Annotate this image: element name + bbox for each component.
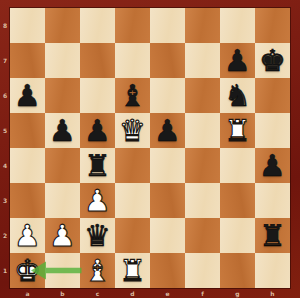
square-b7[interactable] [45,43,80,78]
square-a5[interactable] [10,113,45,148]
piece-black-pawn[interactable]: ♟ [10,78,45,113]
piece-white-queen[interactable]: ♛ [115,113,150,148]
square-g4[interactable] [220,148,255,183]
rank-label-2: 2 [0,218,10,253]
square-h3[interactable] [255,183,290,218]
piece-black-knight[interactable]: ♞ [220,78,255,113]
square-f3[interactable] [185,183,220,218]
square-c1[interactable]: ♝ [80,253,115,288]
square-a7[interactable] [10,43,45,78]
square-e5[interactable]: ♟ [150,113,185,148]
square-d3[interactable] [115,183,150,218]
piece-white-king[interactable]: ♚ [10,253,45,288]
file-label-a: a [10,288,45,298]
piece-black-pawn[interactable]: ♟ [220,43,255,78]
square-g8[interactable] [220,8,255,43]
piece-white-rook[interactable]: ♜ [220,113,255,148]
piece-black-rook[interactable]: ♜ [255,218,290,253]
square-d2[interactable] [115,218,150,253]
square-g7[interactable]: ♟ [220,43,255,78]
piece-black-king[interactable]: ♚ [255,43,290,78]
square-e4[interactable] [150,148,185,183]
square-f7[interactable] [185,43,220,78]
file-label-b: b [45,288,80,298]
rank-label-3: 3 [0,183,10,218]
square-d4[interactable] [115,148,150,183]
square-b1[interactable] [45,253,80,288]
square-e1[interactable] [150,253,185,288]
square-c2[interactable]: ♛ [80,218,115,253]
square-e7[interactable] [150,43,185,78]
square-f8[interactable] [185,8,220,43]
square-e8[interactable] [150,8,185,43]
square-b6[interactable] [45,78,80,113]
square-a3[interactable] [10,183,45,218]
piece-black-bishop[interactable]: ♝ [115,78,150,113]
square-c5[interactable]: ♟ [80,113,115,148]
piece-white-pawn[interactable]: ♟ [45,218,80,253]
square-g1[interactable] [220,253,255,288]
square-h8[interactable] [255,8,290,43]
square-f1[interactable] [185,253,220,288]
square-f5[interactable] [185,113,220,148]
square-g6[interactable]: ♞ [220,78,255,113]
piece-black-pawn[interactable]: ♟ [150,113,185,148]
square-b5[interactable]: ♟ [45,113,80,148]
square-c6[interactable] [80,78,115,113]
piece-black-queen[interactable]: ♛ [80,218,115,253]
piece-black-rook[interactable]: ♜ [80,148,115,183]
square-f2[interactable] [185,218,220,253]
square-d8[interactable] [115,8,150,43]
piece-black-pawn[interactable]: ♟ [80,113,115,148]
rank-labels: 87654321 [0,8,10,288]
rank-label-1: 1 [0,253,10,288]
file-labels: abcdefgh [10,288,290,298]
piece-black-pawn[interactable]: ♟ [255,148,290,183]
rank-label-6: 6 [0,78,10,113]
chess-board: ♟♚♟♝♞♟♟♛♟♜♜♟♟♟♟♛♜♚♝♜ [10,8,290,288]
square-a4[interactable] [10,148,45,183]
rank-label-4: 4 [0,148,10,183]
file-label-c: c [80,288,115,298]
square-c3[interactable]: ♟ [80,183,115,218]
square-c8[interactable] [80,8,115,43]
file-label-h: h [255,288,290,298]
square-b4[interactable] [45,148,80,183]
piece-white-pawn[interactable]: ♟ [10,218,45,253]
square-g5[interactable]: ♜ [220,113,255,148]
piece-white-pawn[interactable]: ♟ [80,183,115,218]
square-b8[interactable] [45,8,80,43]
rank-label-7: 7 [0,43,10,78]
square-g3[interactable] [220,183,255,218]
square-f4[interactable] [185,148,220,183]
square-d7[interactable] [115,43,150,78]
square-e6[interactable] [150,78,185,113]
file-label-g: g [220,288,255,298]
square-d1[interactable]: ♜ [115,253,150,288]
rank-label-5: 5 [0,113,10,148]
square-h1[interactable] [255,253,290,288]
board-frame: 87654321 abcdefgh ♟♚♟♝♞♟♟♛♟♜♜♟♟♟♟♛♜♚♝♜ [0,0,300,298]
square-h5[interactable] [255,113,290,148]
square-e2[interactable] [150,218,185,253]
rank-label-8: 8 [0,8,10,43]
piece-black-pawn[interactable]: ♟ [45,113,80,148]
file-label-f: f [185,288,220,298]
square-b3[interactable] [45,183,80,218]
square-a6[interactable]: ♟ [10,78,45,113]
square-c7[interactable] [80,43,115,78]
square-g2[interactable] [220,218,255,253]
square-f6[interactable] [185,78,220,113]
square-h2[interactable]: ♜ [255,218,290,253]
square-h6[interactable] [255,78,290,113]
square-d6[interactable]: ♝ [115,78,150,113]
square-a1[interactable]: ♚ [10,253,45,288]
file-label-e: e [150,288,185,298]
square-h4[interactable]: ♟ [255,148,290,183]
piece-white-bishop[interactable]: ♝ [80,253,115,288]
piece-white-rook[interactable]: ♜ [115,253,150,288]
file-label-d: d [115,288,150,298]
square-a2[interactable]: ♟ [10,218,45,253]
square-a8[interactable] [10,8,45,43]
square-d5[interactable]: ♛ [115,113,150,148]
square-c4[interactable]: ♜ [80,148,115,183]
square-h7[interactable]: ♚ [255,43,290,78]
square-e3[interactable] [150,183,185,218]
square-b2[interactable]: ♟ [45,218,80,253]
